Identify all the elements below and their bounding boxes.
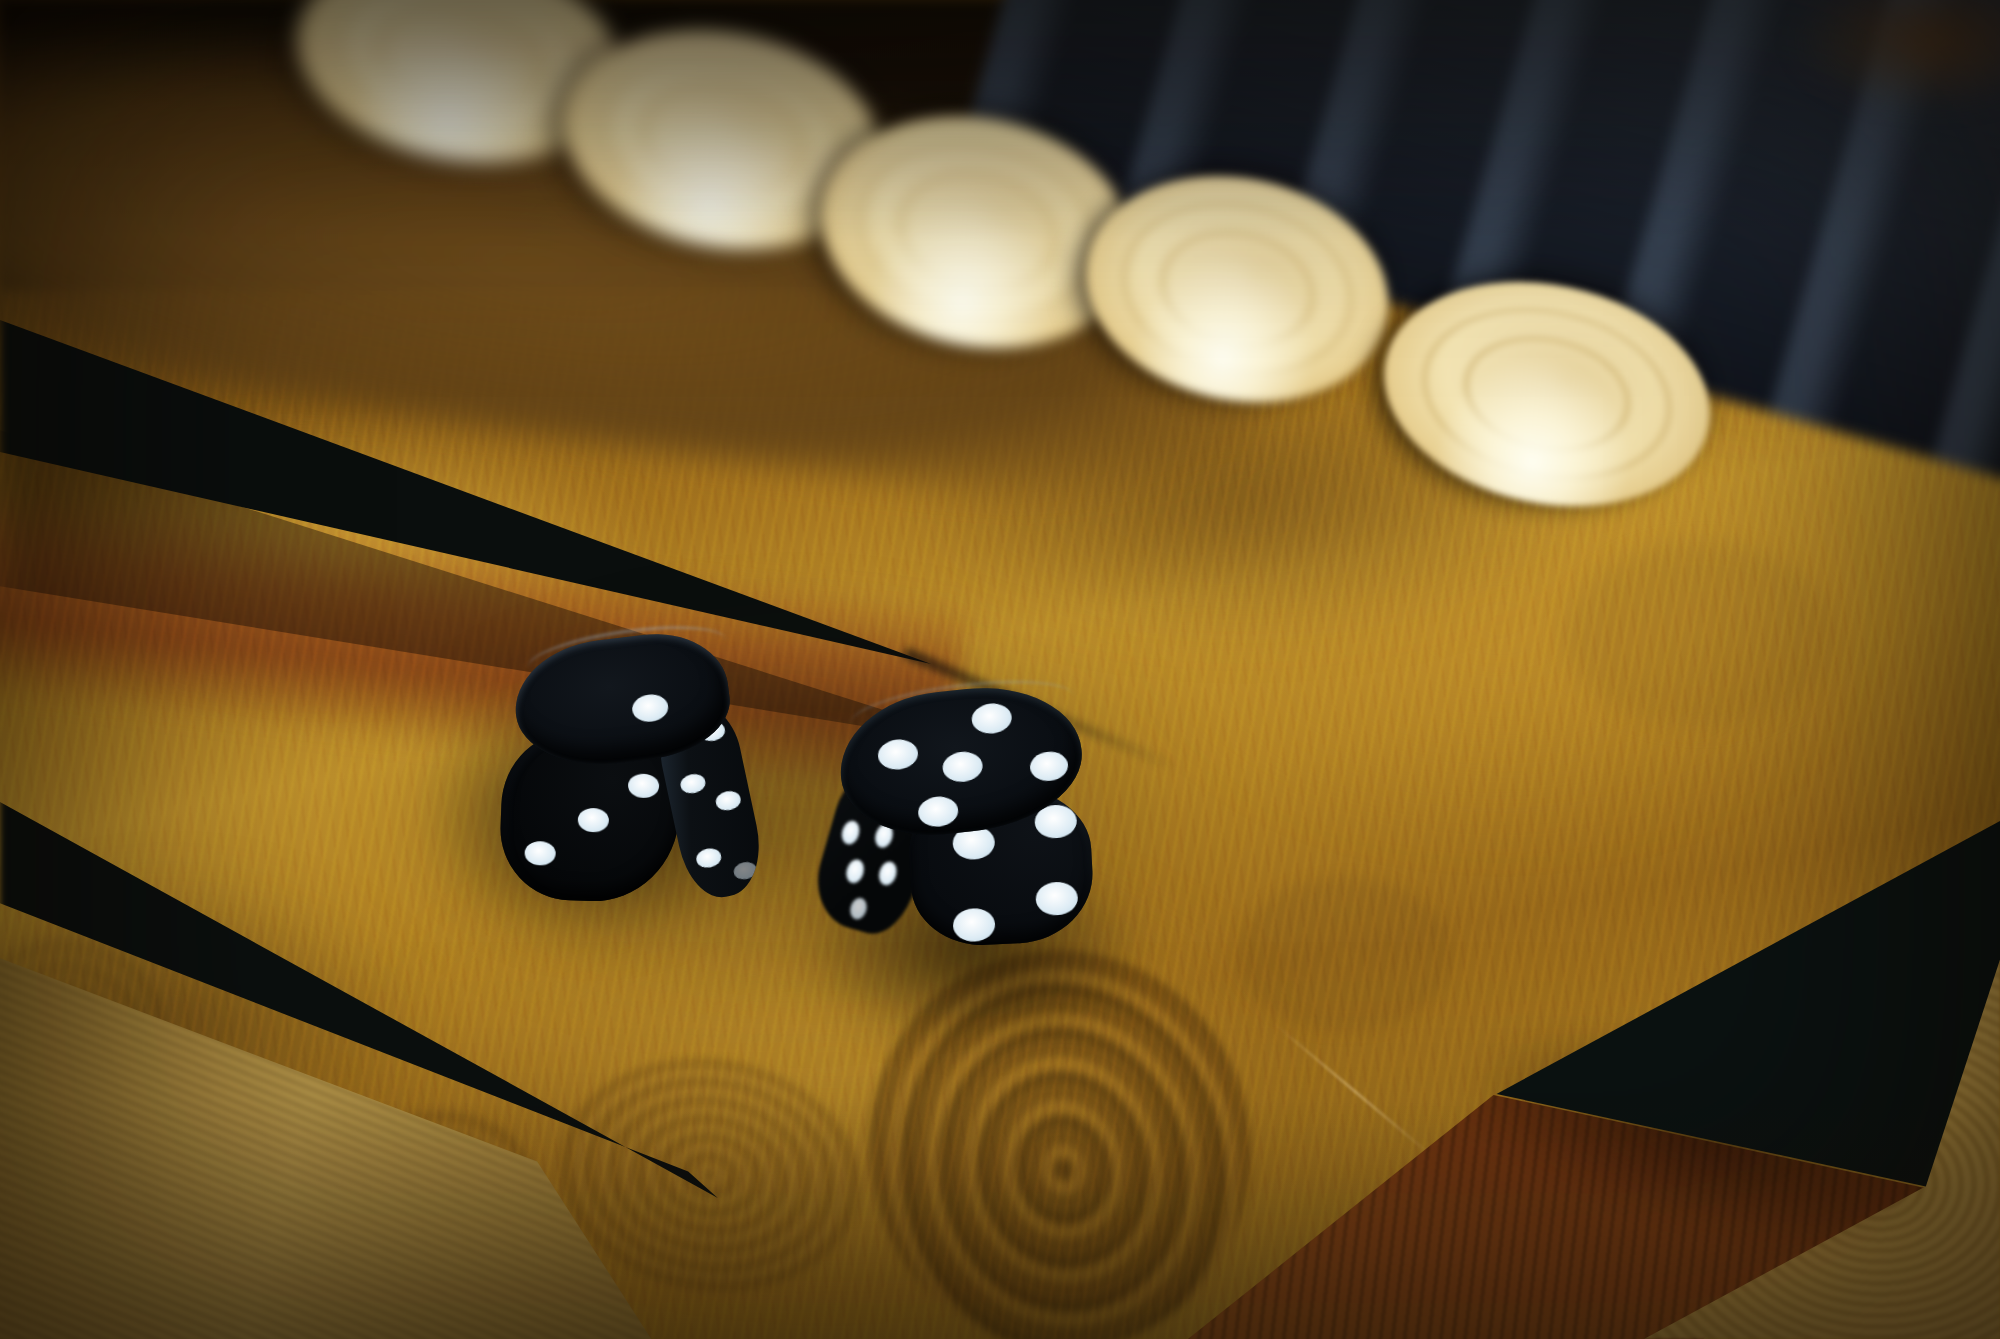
die-pip xyxy=(941,750,984,784)
die-pip xyxy=(695,846,723,870)
die-pip xyxy=(628,773,660,798)
die-pip xyxy=(679,772,707,796)
die-pip xyxy=(916,794,959,828)
die-pip xyxy=(839,819,862,847)
die-pip xyxy=(714,789,742,813)
die-pip xyxy=(848,896,869,922)
backgammon-photo xyxy=(0,0,2000,1339)
die-pip xyxy=(1035,881,1079,916)
die-pip xyxy=(876,860,899,888)
die-pip xyxy=(876,737,919,771)
die-left xyxy=(493,636,753,906)
die-pip xyxy=(1028,750,1069,783)
die-pip xyxy=(524,841,556,866)
die-pip xyxy=(577,807,609,832)
die-pip xyxy=(844,858,867,886)
die-right xyxy=(830,688,1090,958)
die-pip xyxy=(952,907,996,942)
die-pip xyxy=(630,692,669,723)
